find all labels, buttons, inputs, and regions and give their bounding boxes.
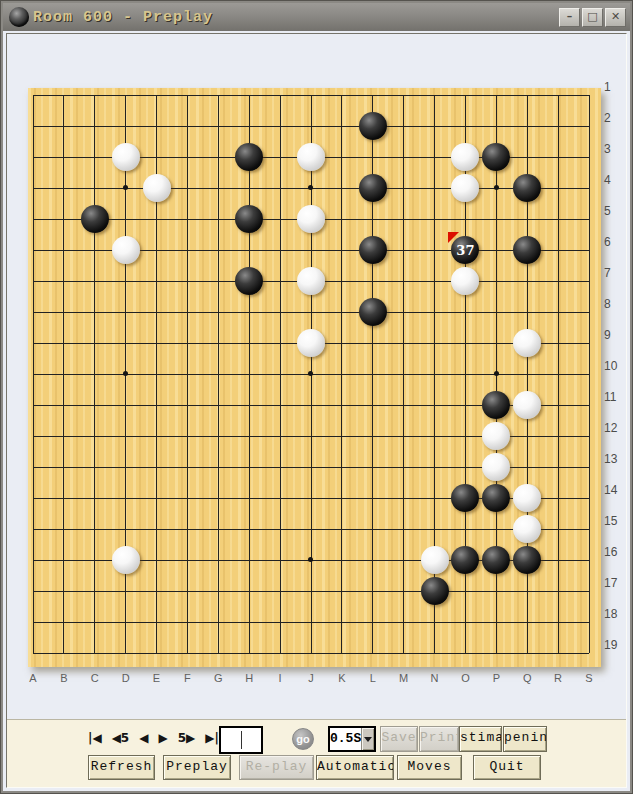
board-cell[interactable] (543, 235, 574, 266)
board-cell[interactable] (388, 483, 419, 514)
board-cell[interactable] (543, 452, 574, 483)
board-cell[interactable] (543, 173, 574, 204)
board-cell[interactable] (419, 607, 450, 638)
board-cell[interactable] (512, 576, 543, 607)
board-cell[interactable] (48, 266, 79, 297)
board-cell[interactable] (79, 80, 110, 111)
board-cell[interactable] (543, 576, 574, 607)
board-cell[interactable] (234, 266, 265, 297)
board-cell[interactable] (512, 266, 543, 297)
board-cell[interactable] (419, 235, 450, 266)
board-cell[interactable] (48, 142, 79, 173)
board-cell[interactable] (172, 514, 203, 545)
board-cell[interactable] (203, 607, 234, 638)
board-cell[interactable] (203, 452, 234, 483)
board-cell[interactable] (543, 638, 574, 669)
board-cell[interactable] (172, 328, 203, 359)
board-cell[interactable] (265, 235, 296, 266)
board-cell[interactable] (141, 142, 172, 173)
board-cell[interactable] (48, 80, 79, 111)
board-cell[interactable] (574, 142, 605, 173)
board-cell[interactable] (574, 359, 605, 390)
board-cell[interactable] (388, 514, 419, 545)
board-cell[interactable] (234, 607, 265, 638)
board-cell[interactable] (419, 483, 450, 514)
board-cell[interactable] (326, 638, 357, 669)
board-cell[interactable] (265, 390, 296, 421)
board-cell[interactable] (512, 111, 543, 142)
board-cell[interactable] (481, 452, 512, 483)
board-cell[interactable] (79, 266, 110, 297)
board-cell[interactable] (326, 390, 357, 421)
board-cell[interactable] (234, 514, 265, 545)
board-cell[interactable] (48, 297, 79, 328)
maximize-button[interactable]: □ (582, 8, 603, 27)
board-cell[interactable] (574, 111, 605, 142)
board-cell[interactable] (419, 111, 450, 142)
board-cell[interactable] (296, 545, 327, 576)
board-cell[interactable] (296, 111, 327, 142)
board-cell[interactable] (574, 235, 605, 266)
board-cell[interactable] (18, 266, 49, 297)
board-cell[interactable] (512, 173, 543, 204)
board-cell[interactable] (172, 204, 203, 235)
board-cell[interactable] (296, 514, 327, 545)
board-cell[interactable] (512, 638, 543, 669)
board-cell[interactable] (512, 483, 543, 514)
board-cell[interactable] (450, 390, 481, 421)
board-cell[interactable] (203, 80, 234, 111)
board-cell[interactable] (141, 173, 172, 204)
board-cell[interactable] (203, 173, 234, 204)
back-5-button[interactable]: ◀5 (112, 731, 130, 745)
board-cell[interactable] (388, 173, 419, 204)
board-cell[interactable] (357, 638, 388, 669)
board-cell[interactable] (265, 421, 296, 452)
board-cell[interactable] (481, 266, 512, 297)
board-cell[interactable] (388, 576, 419, 607)
board-cell[interactable] (326, 328, 357, 359)
board-cell[interactable] (110, 328, 141, 359)
board-cell[interactable] (265, 638, 296, 669)
board-cell[interactable] (296, 266, 327, 297)
board-cell[interactable] (203, 483, 234, 514)
board-cell[interactable] (388, 266, 419, 297)
board-cell[interactable] (512, 204, 543, 235)
board-cell[interactable] (79, 173, 110, 204)
board-cell[interactable] (388, 545, 419, 576)
board-cell[interactable] (48, 359, 79, 390)
board-cell[interactable] (419, 297, 450, 328)
board-cell[interactable] (110, 266, 141, 297)
board-cell[interactable] (543, 390, 574, 421)
board-cell[interactable] (48, 390, 79, 421)
save-button[interactable]: Save (380, 726, 418, 752)
board-cell[interactable] (388, 421, 419, 452)
board-cell[interactable] (141, 421, 172, 452)
board-cell[interactable] (388, 390, 419, 421)
board-cell[interactable] (388, 607, 419, 638)
board-cell[interactable] (512, 297, 543, 328)
board-cell[interactable] (543, 328, 574, 359)
board-cell[interactable] (141, 111, 172, 142)
board-cell[interactable] (296, 390, 327, 421)
board-cell[interactable] (172, 545, 203, 576)
board-cell[interactable] (326, 173, 357, 204)
board-cell[interactable] (48, 421, 79, 452)
board-cell[interactable] (450, 421, 481, 452)
board-cell[interactable] (172, 390, 203, 421)
board-cell[interactable] (481, 390, 512, 421)
preplay-button[interactable]: Preplay (163, 755, 231, 780)
board-cell[interactable] (172, 173, 203, 204)
board-cell[interactable] (48, 607, 79, 638)
board-cell[interactable] (326, 421, 357, 452)
board-cell[interactable] (141, 80, 172, 111)
board-cell[interactable] (48, 576, 79, 607)
board-cell[interactable] (574, 421, 605, 452)
titlebar[interactable]: Room 600 - Preplay – □ ✕ (3, 3, 630, 31)
board-cell[interactable] (574, 297, 605, 328)
board-cell[interactable] (203, 359, 234, 390)
board-cell[interactable] (357, 328, 388, 359)
board-cell[interactable] (110, 173, 141, 204)
estimate-button[interactable]: stimat (459, 726, 502, 752)
board-cell[interactable] (18, 297, 49, 328)
board-cell[interactable] (48, 111, 79, 142)
board-cell[interactable] (296, 638, 327, 669)
board-cell[interactable] (326, 359, 357, 390)
board-cell[interactable] (172, 142, 203, 173)
board-cell[interactable] (203, 638, 234, 669)
board-cell[interactable] (18, 483, 49, 514)
board-cell[interactable] (48, 328, 79, 359)
board-cell[interactable] (543, 204, 574, 235)
board-cell[interactable] (265, 545, 296, 576)
board-cell[interactable] (543, 514, 574, 545)
close-button[interactable]: ✕ (605, 8, 626, 27)
board-cell[interactable] (481, 328, 512, 359)
board-cell[interactable] (141, 204, 172, 235)
board-cell[interactable] (110, 607, 141, 638)
back-button[interactable]: ◀ (139, 731, 148, 745)
board-cell[interactable] (203, 142, 234, 173)
board-cell[interactable] (326, 80, 357, 111)
board-cell[interactable] (574, 576, 605, 607)
first-move-button[interactable]: |◀ (88, 731, 102, 745)
board-cell[interactable] (388, 111, 419, 142)
board-cell[interactable] (265, 266, 296, 297)
board-cell[interactable] (450, 204, 481, 235)
board-cell[interactable] (357, 142, 388, 173)
board-cell[interactable] (450, 80, 481, 111)
board-cell[interactable] (265, 111, 296, 142)
board-cell[interactable] (512, 359, 543, 390)
board-cell[interactable] (512, 80, 543, 111)
board-cell[interactable] (512, 545, 543, 576)
board-cell[interactable] (172, 359, 203, 390)
board-cell[interactable] (141, 545, 172, 576)
board-cell[interactable] (203, 390, 234, 421)
board-cell[interactable] (203, 328, 234, 359)
board-cell[interactable] (481, 173, 512, 204)
board-cell[interactable] (234, 173, 265, 204)
board-cell[interactable] (481, 576, 512, 607)
board-cell[interactable] (110, 576, 141, 607)
board-cell[interactable] (79, 421, 110, 452)
board-cell[interactable] (512, 421, 543, 452)
board-cell[interactable] (172, 607, 203, 638)
board-cell[interactable] (110, 514, 141, 545)
board-cell[interactable] (141, 483, 172, 514)
board-cell[interactable] (357, 545, 388, 576)
print-button[interactable]: Print (419, 726, 459, 752)
board-cell[interactable] (18, 80, 49, 111)
board-cell[interactable] (450, 328, 481, 359)
board-cell[interactable] (543, 359, 574, 390)
board-cell[interactable] (110, 483, 141, 514)
board-cell[interactable] (574, 514, 605, 545)
board-cell[interactable] (388, 359, 419, 390)
board-cell[interactable] (388, 142, 419, 173)
board-cell[interactable] (388, 297, 419, 328)
board-cell[interactable] (357, 390, 388, 421)
board-cell[interactable] (543, 142, 574, 173)
board-cell[interactable] (357, 80, 388, 111)
board-cell[interactable] (203, 111, 234, 142)
board-cell[interactable] (574, 607, 605, 638)
board-cell[interactable] (326, 235, 357, 266)
board-cell[interactable] (265, 483, 296, 514)
minimize-button[interactable]: – (559, 8, 580, 27)
board-cell[interactable] (388, 328, 419, 359)
board-cell[interactable] (574, 173, 605, 204)
board-cell[interactable] (326, 483, 357, 514)
replay-button[interactable]: Re-play (239, 755, 314, 780)
board-cell[interactable] (141, 235, 172, 266)
board-cell[interactable] (79, 638, 110, 669)
board-cell[interactable] (110, 421, 141, 452)
board-cell[interactable] (18, 638, 49, 669)
board-cell[interactable] (481, 359, 512, 390)
board-cell[interactable] (450, 638, 481, 669)
board-cell[interactable] (234, 638, 265, 669)
board-cell[interactable] (326, 297, 357, 328)
board-cell[interactable] (388, 235, 419, 266)
board-cell[interactable] (296, 204, 327, 235)
board-cell[interactable] (18, 328, 49, 359)
board-cell[interactable] (48, 452, 79, 483)
board-cell[interactable] (203, 204, 234, 235)
board-cell[interactable] (110, 111, 141, 142)
board-cell[interactable] (172, 576, 203, 607)
board-cell[interactable] (326, 514, 357, 545)
board-cell[interactable] (110, 545, 141, 576)
board-cell[interactable] (512, 235, 543, 266)
board-cell[interactable] (481, 142, 512, 173)
board-cell[interactable] (574, 390, 605, 421)
board-cell[interactable] (419, 638, 450, 669)
board-cell[interactable] (419, 359, 450, 390)
board-cell[interactable] (172, 111, 203, 142)
board-cell[interactable] (234, 297, 265, 328)
board-cell[interactable] (357, 204, 388, 235)
board-cell[interactable] (574, 638, 605, 669)
board-cell[interactable] (419, 204, 450, 235)
board-cell[interactable] (172, 483, 203, 514)
board-cell[interactable] (574, 328, 605, 359)
board-cell[interactable] (543, 80, 574, 111)
opening-button[interactable]: penin (503, 726, 547, 752)
board-cell[interactable] (265, 297, 296, 328)
board-cell[interactable] (203, 266, 234, 297)
board-cell[interactable] (419, 514, 450, 545)
board-cell[interactable] (450, 483, 481, 514)
board-cell[interactable] (481, 204, 512, 235)
board-cell[interactable] (326, 545, 357, 576)
board-cell[interactable] (141, 266, 172, 297)
board-cell[interactable] (574, 545, 605, 576)
board-cell[interactable] (357, 266, 388, 297)
board-cell[interactable] (543, 421, 574, 452)
board-cell[interactable] (48, 235, 79, 266)
board-cell[interactable] (79, 235, 110, 266)
board-cell[interactable] (234, 576, 265, 607)
board-cell[interactable] (450, 173, 481, 204)
board-cell[interactable] (296, 297, 327, 328)
board-cell[interactable] (574, 452, 605, 483)
board-cell[interactable] (234, 111, 265, 142)
board-cell[interactable] (512, 452, 543, 483)
board-cell[interactable] (326, 111, 357, 142)
board-cell[interactable] (172, 80, 203, 111)
board-cell[interactable] (18, 235, 49, 266)
board-cell[interactable] (110, 390, 141, 421)
board-cell[interactable] (357, 235, 388, 266)
board-cell[interactable] (419, 390, 450, 421)
board-cell[interactable] (419, 421, 450, 452)
board-cell[interactable] (388, 204, 419, 235)
board-cell[interactable] (450, 359, 481, 390)
board-cell[interactable] (234, 545, 265, 576)
board-cell[interactable] (296, 576, 327, 607)
forward-5-button[interactable]: 5▶ (178, 731, 196, 745)
board-cell[interactable] (357, 297, 388, 328)
board-cell[interactable] (265, 607, 296, 638)
board-cell[interactable] (234, 483, 265, 514)
board-cell[interactable] (110, 452, 141, 483)
board-cell[interactable] (18, 452, 49, 483)
board-cell[interactable] (110, 80, 141, 111)
board-cell[interactable] (296, 80, 327, 111)
board-cell[interactable] (18, 607, 49, 638)
board-cell[interactable] (265, 80, 296, 111)
board-cell[interactable] (234, 235, 265, 266)
board-cell[interactable] (419, 266, 450, 297)
board-cell[interactable] (296, 359, 327, 390)
board-cell[interactable] (450, 545, 481, 576)
board-cell[interactable] (265, 142, 296, 173)
delay-dropdown[interactable]: 0.5S (328, 726, 376, 752)
board-cell[interactable] (234, 390, 265, 421)
refresh-button[interactable]: Refresh (88, 755, 155, 780)
board-cell[interactable] (172, 421, 203, 452)
board-cell[interactable] (574, 204, 605, 235)
board-cell[interactable] (357, 421, 388, 452)
board-cell[interactable] (543, 483, 574, 514)
board-cell[interactable] (141, 297, 172, 328)
board-cell[interactable] (110, 638, 141, 669)
board-cell[interactable] (419, 576, 450, 607)
moves-button[interactable]: Moves (397, 755, 462, 780)
board-cell[interactable] (110, 235, 141, 266)
board-cell[interactable] (419, 545, 450, 576)
board-cell[interactable] (265, 328, 296, 359)
board-cell[interactable] (79, 390, 110, 421)
board-cell[interactable] (18, 359, 49, 390)
board-cell[interactable] (296, 452, 327, 483)
board-cell[interactable] (296, 173, 327, 204)
board-cell[interactable] (450, 607, 481, 638)
board-cell[interactable] (48, 173, 79, 204)
board-cell[interactable] (326, 607, 357, 638)
board-cell[interactable] (172, 452, 203, 483)
board-cell[interactable] (234, 142, 265, 173)
board-cell[interactable] (543, 266, 574, 297)
board-cell[interactable] (172, 266, 203, 297)
board-cell[interactable] (481, 80, 512, 111)
board-cell[interactable] (79, 111, 110, 142)
board-cell[interactable] (141, 390, 172, 421)
board-cell[interactable] (79, 483, 110, 514)
board-cell[interactable] (481, 235, 512, 266)
board-cell[interactable] (48, 483, 79, 514)
board-cell[interactable] (543, 607, 574, 638)
board-cell[interactable] (172, 297, 203, 328)
board-cell[interactable] (203, 545, 234, 576)
board-cell[interactable] (48, 545, 79, 576)
board-cell[interactable] (419, 328, 450, 359)
board-cell[interactable] (203, 514, 234, 545)
board-cell[interactable] (203, 576, 234, 607)
board-cell[interactable] (357, 514, 388, 545)
board-cell[interactable] (357, 111, 388, 142)
board-cell[interactable] (18, 111, 49, 142)
board-cell[interactable] (326, 266, 357, 297)
board-cell[interactable] (18, 390, 49, 421)
board-cell[interactable] (481, 421, 512, 452)
board-cell[interactable] (79, 514, 110, 545)
board-cell[interactable] (574, 80, 605, 111)
board-cell[interactable] (450, 111, 481, 142)
board-cell[interactable] (357, 483, 388, 514)
board-cell[interactable] (203, 297, 234, 328)
go-button[interactable]: go (292, 728, 314, 750)
board-cell[interactable] (357, 452, 388, 483)
board-cell[interactable] (512, 142, 543, 173)
board-cell[interactable] (265, 359, 296, 390)
board-cell[interactable] (296, 142, 327, 173)
last-move-button[interactable]: ▶| (205, 731, 219, 745)
board-cell[interactable] (265, 173, 296, 204)
board-cell[interactable] (141, 607, 172, 638)
board-cell[interactable] (450, 514, 481, 545)
board-cell[interactable] (79, 142, 110, 173)
forward-button[interactable]: ▶ (158, 731, 167, 745)
board-cell[interactable] (481, 545, 512, 576)
automatic-button[interactable]: Automatic (316, 755, 394, 780)
board-cell[interactable] (234, 452, 265, 483)
